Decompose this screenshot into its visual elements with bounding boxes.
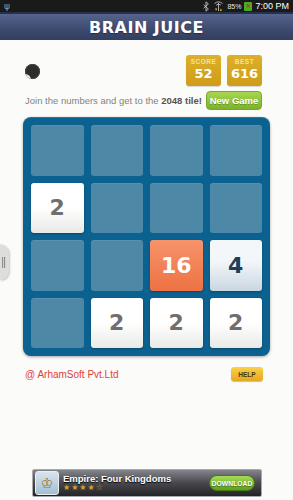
- drawer-handle[interactable]: [0, 244, 9, 280]
- empty-cell: [150, 183, 203, 234]
- new-game-button[interactable]: New Game: [206, 91, 262, 110]
- empty-cell: [210, 183, 263, 234]
- empty-cell: [210, 125, 263, 176]
- empty-cell: [31, 240, 84, 291]
- app-title-bar: BRAIN JUICE: [0, 12, 293, 40]
- signal-icon: [213, 1, 224, 12]
- contrast-moon-icon[interactable]: [25, 64, 40, 79]
- empty-cell: [91, 125, 144, 176]
- empty-cell: [91, 240, 144, 291]
- instruction-goal: 2048 tile!: [161, 95, 202, 106]
- empty-cell: [31, 298, 84, 349]
- battery-icon: ✕: [244, 2, 252, 11]
- empty-cell: [31, 125, 84, 176]
- ad-rating-stars: ★★★★☆: [63, 484, 209, 493]
- instruction-text: Join the numbers and get to the 2048 til…: [25, 95, 202, 106]
- tile-2: 2: [91, 298, 144, 349]
- score-label: SCORE: [186, 59, 221, 66]
- ad-banner[interactable]: ♔ Empire: Four Kingdoms ★★★★☆ DOWNLOAD: [32, 469, 262, 497]
- usb-icon: ψ: [4, 2, 10, 11]
- tile-2: 2: [31, 183, 84, 234]
- battery-percent: 85%: [227, 3, 241, 10]
- download-button[interactable]: DOWNLOAD: [209, 475, 255, 491]
- instruction-prefix: Join the numbers and get to the: [25, 95, 161, 106]
- bluetooth-icon: [202, 1, 210, 12]
- empty-cell: [91, 183, 144, 234]
- score-value: 52: [186, 66, 221, 82]
- clock: 7:00 PM: [255, 2, 289, 11]
- drawer-grip-icon: [2, 257, 6, 268]
- status-bar: ψ 85% ✕ 7:00 PM: [0, 0, 293, 12]
- scoreboard: SCORE 52 BEST 616: [186, 55, 262, 86]
- battery-error-mark: ✕: [246, 3, 251, 9]
- score-box: SCORE 52: [186, 55, 221, 86]
- tile-2: 2: [210, 298, 263, 349]
- tile-4: 4: [210, 240, 263, 291]
- app-title: BRAIN JUICE: [89, 18, 204, 37]
- tile-2: 2: [150, 298, 203, 349]
- game-board[interactable]: 2164222: [23, 117, 270, 356]
- phone-screen: ψ 85% ✕ 7:00 PM BRAIN JUICE SCORE 5: [0, 0, 293, 500]
- empty-cell: [150, 125, 203, 176]
- best-box: BEST 616: [227, 55, 262, 86]
- credit-text: @ ArhamSoft Pvt.Ltd: [25, 369, 119, 380]
- help-button[interactable]: HELP: [231, 367, 263, 381]
- ad-app-king-icon: ♔: [35, 471, 59, 495]
- ad-body: Empire: Four Kingdoms ★★★★☆: [63, 473, 209, 493]
- tile-16: 16: [150, 240, 203, 291]
- best-value: 616: [227, 66, 262, 82]
